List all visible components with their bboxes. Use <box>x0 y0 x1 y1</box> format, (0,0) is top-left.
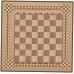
chess-board <box>14 14 62 62</box>
mosaic-band-left <box>6 13 11 60</box>
chess-board-photo <box>0 0 74 74</box>
border-tick <box>39 63 42 64</box>
mosaic-band-right <box>64 13 69 60</box>
mosaic-corner-bottom-right <box>61 60 70 69</box>
border-tick <box>27 62 30 63</box>
border-tick <box>51 63 54 64</box>
board-frame <box>1 1 74 73</box>
border-tick <box>57 13 60 14</box>
border-tick <box>16 12 19 13</box>
border-tick <box>46 13 49 14</box>
border-ticks <box>2 2 72 3</box>
border-tick <box>34 12 37 13</box>
border-tick <box>57 63 60 64</box>
border-tick <box>16 62 19 63</box>
square-h1[interactable] <box>55 56 61 62</box>
border-tick <box>40 13 43 14</box>
mosaic-corner-top-right <box>61 4 70 13</box>
border-tick <box>28 12 31 13</box>
border-tick <box>45 63 48 64</box>
mosaic-band-top <box>13 6 61 11</box>
border-tick <box>21 62 24 63</box>
border-tick <box>33 62 36 63</box>
border-tick <box>22 12 25 13</box>
mosaic-corner-top-left <box>4 4 13 13</box>
mosaic-corner-bottom-left <box>4 60 13 69</box>
border-tick <box>52 13 55 14</box>
